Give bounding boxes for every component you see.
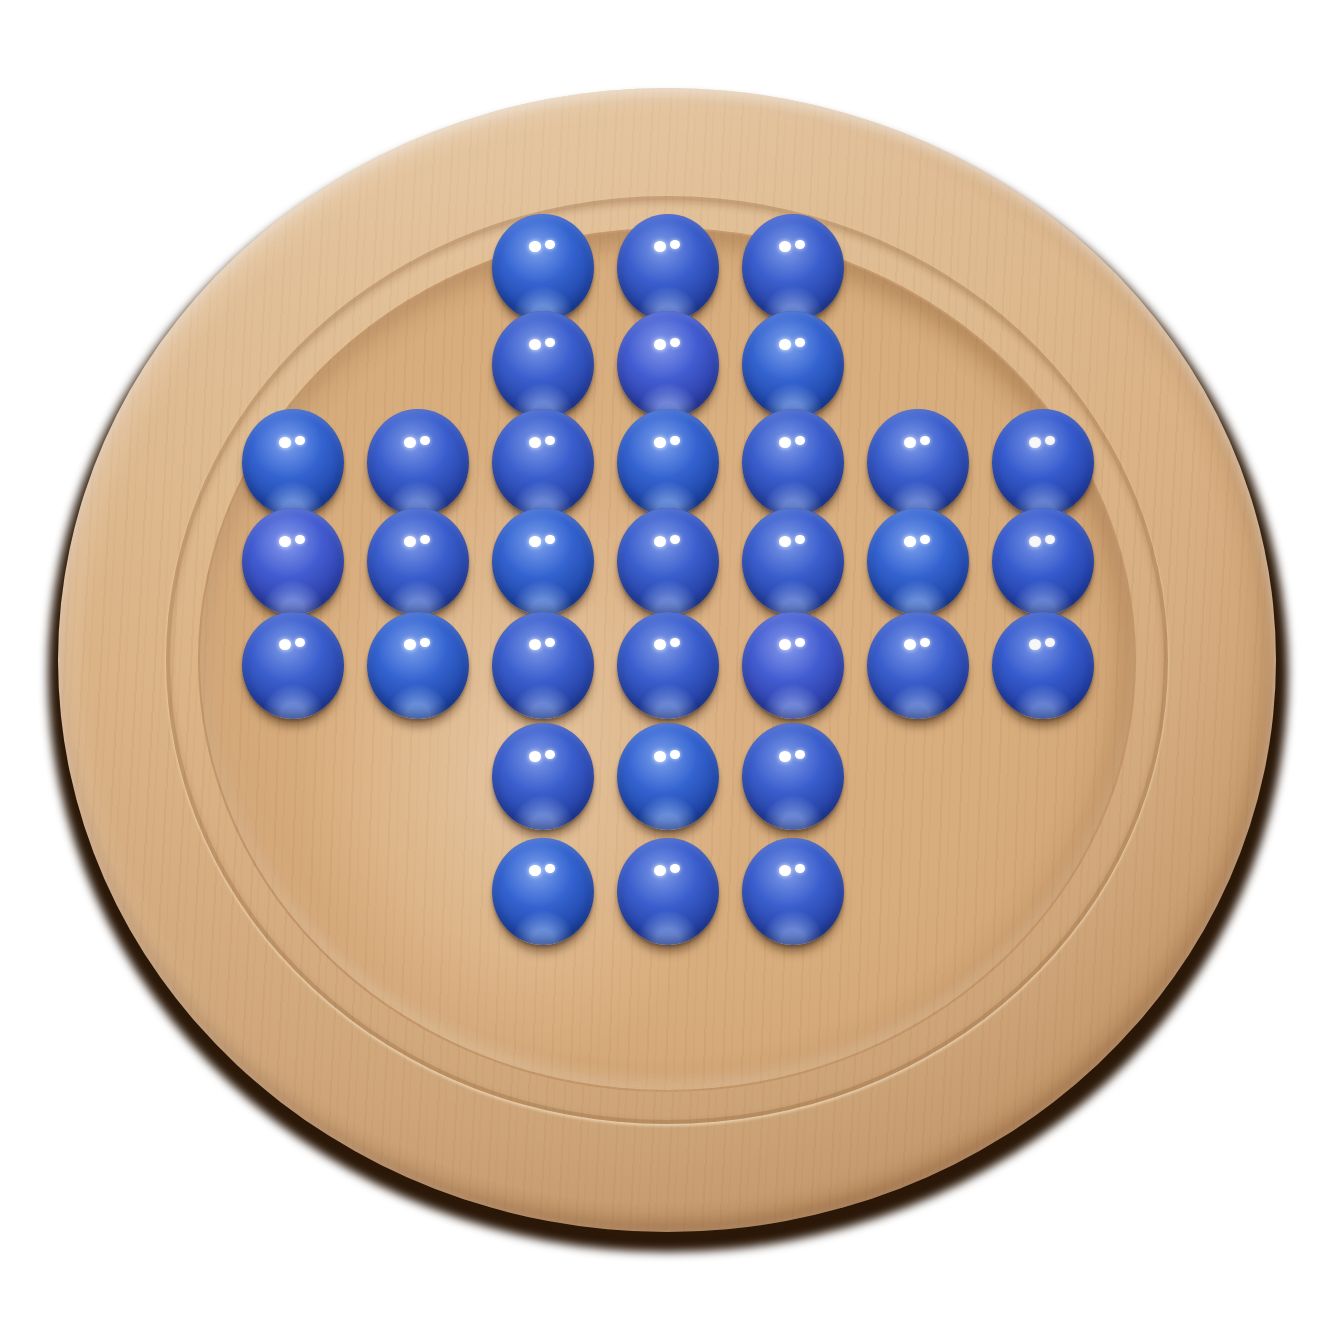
hole xyxy=(605,834,730,948)
hole xyxy=(480,611,605,719)
marble[interactable] xyxy=(992,508,1094,615)
hole xyxy=(605,218,730,316)
marble[interactable] xyxy=(742,214,844,321)
hole-grid xyxy=(230,218,1105,948)
hole xyxy=(355,413,480,512)
board-blank xyxy=(230,316,355,413)
marble[interactable] xyxy=(742,409,844,516)
board-blank xyxy=(230,218,355,316)
board-blank xyxy=(355,218,480,316)
hole xyxy=(230,611,355,719)
marble[interactable] xyxy=(242,409,344,516)
marble[interactable] xyxy=(492,838,594,945)
hole xyxy=(480,316,605,413)
marble[interactable] xyxy=(617,214,719,321)
product-photo xyxy=(0,0,1320,1320)
hole xyxy=(480,512,605,611)
marble[interactable] xyxy=(992,612,1094,719)
marble[interactable] xyxy=(617,838,719,945)
marble[interactable] xyxy=(742,723,844,830)
hole xyxy=(855,611,980,719)
board-blank xyxy=(855,316,980,413)
marble[interactable] xyxy=(367,409,469,516)
hole xyxy=(605,611,730,719)
marble[interactable] xyxy=(492,409,594,516)
hole xyxy=(730,413,855,512)
hole xyxy=(980,512,1105,611)
hole xyxy=(730,719,855,834)
hole xyxy=(980,611,1105,719)
marble[interactable] xyxy=(492,612,594,719)
marble[interactable] xyxy=(617,723,719,830)
hole xyxy=(730,316,855,413)
marble[interactable] xyxy=(492,311,594,418)
marble[interactable] xyxy=(867,508,969,615)
hole xyxy=(480,413,605,512)
marble[interactable] xyxy=(992,409,1094,516)
hole xyxy=(605,316,730,413)
marble[interactable] xyxy=(242,612,344,719)
marble[interactable] xyxy=(867,612,969,719)
hole xyxy=(605,719,730,834)
board-blank xyxy=(230,834,355,948)
hole xyxy=(480,719,605,834)
hole xyxy=(480,218,605,316)
hole xyxy=(480,834,605,948)
hole xyxy=(605,413,730,512)
hole xyxy=(230,413,355,512)
marble[interactable] xyxy=(617,409,719,516)
hole xyxy=(980,413,1105,512)
hole xyxy=(855,413,980,512)
hole xyxy=(855,512,980,611)
hole xyxy=(230,512,355,611)
board-blank xyxy=(355,316,480,413)
board-blank xyxy=(855,218,980,316)
marble[interactable] xyxy=(867,409,969,516)
marble[interactable] xyxy=(617,612,719,719)
board-blank xyxy=(355,834,480,948)
board-blank xyxy=(855,719,980,834)
hole xyxy=(355,512,480,611)
hole xyxy=(730,512,855,611)
marble[interactable] xyxy=(492,723,594,830)
marble[interactable] xyxy=(367,612,469,719)
board-blank xyxy=(230,719,355,834)
hole xyxy=(605,512,730,611)
marble[interactable] xyxy=(242,508,344,615)
marble[interactable] xyxy=(492,508,594,615)
board-blank xyxy=(980,316,1105,413)
marble[interactable] xyxy=(367,508,469,615)
board-blank xyxy=(355,719,480,834)
board-blank xyxy=(980,218,1105,316)
hole xyxy=(355,611,480,719)
marble[interactable] xyxy=(742,311,844,418)
hole xyxy=(730,611,855,719)
board-blank xyxy=(980,834,1105,948)
marble[interactable] xyxy=(742,508,844,615)
board-blank xyxy=(980,719,1105,834)
marble[interactable] xyxy=(742,612,844,719)
hole xyxy=(730,218,855,316)
marble[interactable] xyxy=(492,214,594,321)
marble[interactable] xyxy=(617,311,719,418)
hole xyxy=(730,834,855,948)
marble[interactable] xyxy=(617,508,719,615)
board-blank xyxy=(855,834,980,948)
marble[interactable] xyxy=(742,838,844,945)
